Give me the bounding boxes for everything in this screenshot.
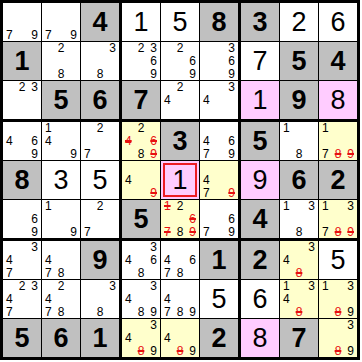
pencil-mark-7: 7 [42,305,55,318]
pencil-slot-empty [174,241,187,254]
pencil-mark-9: 9 [225,186,238,199]
pencil-slot-empty [55,28,68,41]
pencil-grid: 38 [81,280,119,318]
given-digit: 2 [252,247,267,274]
pencil-slot-empty [280,266,293,279]
pencil-slot-empty [135,254,148,267]
pencil-slot-empty [135,135,148,148]
pencil-slot-empty [122,305,135,318]
pencil-mark-2: 2 [94,122,107,135]
pencil-slot-empty [213,174,226,187]
cell-r4c3[interactable]: 27 [81,122,122,161]
pencil-slot-empty [161,241,174,254]
cell-r1c2[interactable]: 79 [42,3,81,42]
pencil-mark-6: 6 [147,55,160,68]
solved-digit: 1 [172,167,187,194]
cell-r5c9[interactable]: 2 [319,161,357,200]
pencil-slot-empty [94,147,107,160]
given-digit: 6 [92,87,107,114]
pencil-slot-empty [106,225,119,238]
pencil-mark-4: 4 [122,174,135,187]
pencil-slot-empty [305,122,318,135]
cell-r5c1[interactable]: 8 [3,161,42,200]
pencil-slot-empty [81,135,94,148]
pencil-slot-empty [67,3,80,16]
cell-r2c7[interactable]: 7 [241,42,280,81]
cell-r7c1[interactable]: 347 [3,241,42,280]
pencil-slot-empty [106,293,119,306]
pencil-mark-9: 9 [186,305,199,318]
pencil-mark-3: 3 [305,241,318,254]
cell-r6c9[interactable]: 13789 [319,200,357,241]
pencil-slot-empty [213,122,226,135]
cell-r2c1[interactable]: 1 [3,42,42,81]
pencil-slot-empty [200,213,213,226]
pencil-mark-8: 8 [135,305,148,318]
cell-r9c5[interactable]: 489 [161,319,200,357]
cell-r6c5[interactable]: 126789 [161,200,200,241]
cell-r5c4[interactable]: 49 [122,161,161,200]
cell-r8c7[interactable]: 6 [241,280,280,319]
pencil-grid: 679 [200,200,238,238]
pencil-slot-empty [225,106,238,119]
pencil-slot-empty [225,94,238,107]
pencil-mark-9: 9 [147,305,160,318]
cell-r2c4[interactable]: 2369 [122,42,161,81]
pencil-mark-7: 7 [200,225,213,238]
pencil-slot-empty [28,16,41,29]
pencil-slot-empty [55,3,68,16]
pencil-slot-empty [305,225,318,238]
pencil-mark-7: 7 [3,28,16,41]
cell-r8c3[interactable]: 38 [81,280,122,319]
pencil-slot-empty [319,344,332,357]
pencil-mark-6: 6 [28,135,41,148]
given-digit: 4 [330,48,345,75]
pencil-slot-empty [122,42,135,55]
pencil-slot-empty [3,106,16,119]
pencil-slot-empty [213,161,226,174]
pencil-mark-9: 9 [225,67,238,80]
pencil-slot-empty [293,200,306,213]
pencil-slot-empty [122,280,135,293]
pencil-grid: 49 [122,161,160,199]
pencil-slot-empty [174,280,187,293]
pencil-grid: 489 [161,319,199,357]
pencil-mark-3: 3 [225,81,238,94]
cell-r8c1[interactable]: 2347 [3,280,42,319]
pencil-slot-empty [280,305,293,318]
pencil-slot-empty [174,213,187,226]
pencil-mark-1: 1 [319,200,332,213]
solved-digit: 2 [291,9,306,36]
pencil-mark-1: 1 [319,280,332,293]
pencil-mark-3: 3 [305,200,318,213]
pencil-slot-empty [200,42,213,55]
pencil-slot-empty [3,213,16,226]
pencil-mark-2: 2 [174,200,187,213]
pencil-mark-6: 6 [186,213,199,226]
pencil-grid: 478 [42,241,80,279]
pencil-mark-8: 8 [135,147,148,160]
pencil-slot-empty [81,42,94,55]
cell-r8c9[interactable]: 1389 [319,280,357,319]
pencil-slot-empty [280,213,293,226]
cell-r5c5[interactable]: 1 [161,161,200,200]
pencil-mark-4: 4 [122,254,135,267]
pencil-slot-empty [200,55,213,68]
pencil-mark-9: 9 [186,344,199,357]
cell-r5c3[interactable]: 5 [81,161,122,200]
cell-r3c2[interactable]: 5 [42,81,81,122]
cell-r5c2[interactable]: 3 [42,161,81,200]
pencil-mark-4: 4 [161,332,174,345]
pencil-mark-3: 3 [147,319,160,332]
pencil-slot-empty [293,213,306,226]
pencil-slot-empty [305,147,318,160]
pencil-grid: 4678 [161,241,199,279]
pencil-mark-9: 9 [344,147,357,160]
cell-r6c7[interactable]: 4 [241,200,280,241]
cell-r4c5[interactable]: 3 [161,122,200,161]
cell-r9c3[interactable]: 1 [81,319,122,357]
pencil-slot-empty [94,213,107,226]
pencil-slot-empty [135,186,148,199]
pencil-slot-empty [16,225,29,238]
pencil-slot-empty [135,293,148,306]
pencil-slot-empty [135,280,148,293]
pencil-grid: 69 [3,200,41,238]
pencil-mark-4: 4 [200,94,213,107]
pencil-slot-empty [147,266,160,279]
pencil-slot-empty [42,213,55,226]
cell-r1c4[interactable]: 1 [122,3,161,42]
cell-r8c5[interactable]: 4789 [161,280,200,319]
cell-r6c6[interactable]: 679 [200,200,241,241]
pencil-mark-8: 8 [135,266,148,279]
cell-r1c1[interactable]: 79 [3,3,42,42]
cell-r7c7[interactable]: 2 [241,241,280,280]
cell-r3c1[interactable]: 23 [3,81,42,122]
pencil-mark-3: 3 [147,241,160,254]
cell-r6c4[interactable]: 5 [122,200,161,241]
pencil-slot-empty [55,55,68,68]
cell-r6c2[interactable]: 19 [42,200,81,241]
cell-r2c2[interactable]: 28 [42,42,81,81]
pencil-mark-9: 9 [186,225,199,238]
pencil-slot-empty [81,200,94,213]
pencil-slot-empty [161,42,174,55]
pencil-slot-empty [305,135,318,148]
given-digit: 4 [252,206,267,233]
pencil-slot-empty [293,254,306,267]
pencil-slot-empty [174,332,187,345]
given-digit: 8 [211,9,226,36]
pencil-mark-8: 8 [293,225,306,238]
cell-r7c6[interactable]: 1 [200,241,241,280]
pencil-slot-empty [106,122,119,135]
pencil-slot-empty [28,200,41,213]
pencil-slot-empty [225,161,238,174]
pencil-mark-7: 7 [81,147,94,160]
pencil-slot-empty [81,67,94,80]
pencil-mark-8: 8 [332,147,345,160]
cell-r1c3[interactable]: 4 [81,3,122,42]
pencil-mark-9: 9 [67,147,80,160]
pencil-grid: 3468 [122,241,160,279]
pencil-mark-8: 8 [332,344,345,357]
cell-r1c9[interactable]: 6 [319,3,357,42]
pencil-slot-empty [174,67,187,80]
pencil-slot-empty [213,55,226,68]
given-digit: 9 [291,87,306,114]
cell-r5c6[interactable]: 479 [200,161,241,200]
pencil-slot-empty [344,332,357,345]
cell-r2c3[interactable]: 38 [81,42,122,81]
pencil-slot-empty [81,305,94,318]
pencil-mark-4: 4 [42,293,55,306]
pencil-slot-empty [174,94,187,107]
pencil-slot-empty [186,81,199,94]
pencil-mark-4: 4 [42,135,55,148]
pencil-slot-empty [332,135,345,148]
pencil-slot-empty [16,147,29,160]
given-digit: 5 [53,87,68,114]
pencil-slot-empty [122,122,135,135]
pencil-slot-empty [161,280,174,293]
pencil-slot-empty [122,67,135,80]
cell-r7c5[interactable]: 4678 [161,241,200,280]
given-digit: 6 [53,325,68,352]
pencil-slot-empty [28,94,41,107]
cell-r5c8[interactable]: 6 [280,161,319,200]
pencil-mark-9: 9 [186,67,199,80]
pencil-slot-empty [161,81,174,94]
cell-r6c1[interactable]: 69 [3,200,42,241]
cell-r7c8[interactable]: 348 [280,241,319,280]
cell-r4c4[interactable]: 24689 [122,122,161,161]
solved-digit: 7 [252,48,267,75]
given-digit: 3 [252,9,267,36]
pencil-mark-7: 7 [161,225,174,238]
pencil-slot-empty [225,122,238,135]
pencil-grid: 34 [200,81,238,119]
cell-r6c3[interactable]: 27 [81,200,122,241]
cell-r7c4[interactable]: 3468 [122,241,161,280]
pencil-grid: 2347 [3,280,41,318]
pencil-grid: 28 [42,42,80,80]
cell-r3c9[interactable]: 8 [319,81,357,122]
pencil-slot-empty [67,122,80,135]
pencil-slot-empty [186,266,199,279]
given-digit: 5 [14,325,29,352]
pencil-slot-empty [55,225,68,238]
pencil-mark-6: 6 [147,254,160,267]
cell-r8c6[interactable]: 5 [200,280,241,319]
cell-r3c7[interactable]: 1 [241,81,280,122]
cell-r7c3[interactable]: 9 [81,241,122,280]
cell-r8c2[interactable]: 2478 [42,280,81,319]
sudoku-board: 7979415832612838236926936975423567243419… [0,0,360,360]
cell-r2c5[interactable]: 269 [161,42,200,81]
pencil-mark-4: 4 [161,94,174,107]
cell-r4c1[interactable]: 469 [3,122,42,161]
pencil-slot-empty [42,42,55,55]
pencil-slot-empty [200,81,213,94]
solved-digit: 8 [252,325,267,352]
cell-r4c9[interactable]: 1789 [319,122,357,161]
solved-digit: 6 [330,9,345,36]
cell-r2c8[interactable]: 5 [280,42,319,81]
pencil-mark-6: 6 [186,254,199,267]
cell-r9c9[interactable]: 389 [319,319,357,357]
pencil-slot-empty [28,254,41,267]
pencil-mark-8: 8 [174,225,187,238]
pencil-grid: 4679 [200,122,238,160]
pencil-slot-empty [332,200,345,213]
pencil-mark-4: 4 [3,293,16,306]
pencil-grid: 1348 [280,280,318,318]
pencil-mark-8: 8 [94,305,107,318]
pencil-slot-empty [55,147,68,160]
pencil-slot-empty [67,305,80,318]
cell-r1c7[interactable]: 3 [241,3,280,42]
cell-r4c2[interactable]: 149 [42,122,81,161]
pencil-slot-empty [293,280,306,293]
cell-r4c7[interactable]: 5 [241,122,280,161]
pencil-slot-empty [67,241,80,254]
pencil-slot-empty [293,293,306,306]
cell-r8c8[interactable]: 1348 [280,280,319,319]
cell-r2c9[interactable]: 4 [319,42,357,81]
pencil-mark-3: 3 [106,42,119,55]
pencil-slot-empty [94,135,107,148]
solved-digit: 5 [211,286,226,313]
pencil-mark-9: 9 [67,28,80,41]
pencil-grid: 19 [42,200,80,238]
cell-r3c4[interactable]: 7 [122,81,161,122]
given-digit: 5 [252,128,267,155]
pencil-slot-empty [28,3,41,16]
pencil-grid: 38 [81,42,119,80]
pencil-slot-empty [213,106,226,119]
cell-r7c2[interactable]: 478 [42,241,81,280]
pencil-mark-8: 8 [94,67,107,80]
pencil-slot-empty [81,122,94,135]
pencil-slot-empty [16,16,29,29]
pencil-slot-empty [213,213,226,226]
pencil-slot-empty [106,200,119,213]
pencil-slot-empty [81,280,94,293]
pencil-slot-empty [161,319,174,332]
pencil-mark-9: 9 [147,67,160,80]
pencil-grid: 369 [200,42,238,80]
pencil-slot-empty [186,319,199,332]
pencil-slot-empty [186,42,199,55]
pencil-slot-empty [16,305,29,318]
pencil-slot-empty [3,94,16,107]
cell-r2c6[interactable]: 369 [200,42,241,81]
pencil-slot-empty [122,186,135,199]
cell-r9c1[interactable]: 5 [3,319,42,357]
pencil-slot-empty [186,94,199,107]
cell-r4c6[interactable]: 4679 [200,122,241,161]
pencil-mark-4: 4 [122,293,135,306]
pencil-mark-4: 4 [280,293,293,306]
pencil-slot-empty [161,106,174,119]
pencil-mark-7: 7 [3,305,16,318]
pencil-slot-empty [106,213,119,226]
pencil-slot-empty [186,280,199,293]
cell-r3c8[interactable]: 9 [280,81,319,122]
cell-r3c6[interactable]: 34 [200,81,241,122]
cell-r9c6[interactable]: 2 [200,319,241,357]
pencil-slot-empty [81,213,94,226]
pencil-slot-empty [186,200,199,213]
pencil-grid: 79 [3,3,41,41]
pencil-mark-7: 7 [42,28,55,41]
pencil-mark-4: 4 [122,332,135,345]
pencil-slot-empty [42,16,55,29]
pencil-mark-3: 3 [225,42,238,55]
cell-r5c7[interactable]: 9 [241,161,280,200]
pencil-slot-empty [67,42,80,55]
cell-r8c4[interactable]: 3489 [122,280,161,319]
cell-r6c8[interactable]: 138 [280,200,319,241]
pencil-mark-1: 1 [319,122,332,135]
pencil-mark-9: 9 [28,225,41,238]
pencil-slot-empty [94,42,107,55]
cell-r1c8[interactable]: 2 [280,3,319,42]
pencil-mark-8: 8 [55,305,68,318]
pencil-mark-4: 4 [42,254,55,267]
pencil-slot-empty [122,55,135,68]
pencil-grid: 4789 [161,280,199,318]
cell-r9c8[interactable]: 7 [280,319,319,357]
cell-r1c5[interactable]: 5 [161,3,200,42]
pencil-mark-9: 9 [147,344,160,357]
pencil-grid: 126789 [161,200,199,238]
pencil-slot-empty [161,55,174,68]
pencil-slot-empty [174,319,187,332]
solved-digit: 5 [92,167,107,194]
pencil-mark-4: 4 [280,254,293,267]
cell-r9c2[interactable]: 6 [42,319,81,357]
cell-r9c7[interactable]: 8 [241,319,280,357]
cell-r1c6[interactable]: 8 [200,3,241,42]
pencil-slot-empty [293,241,306,254]
cell-r4c8[interactable]: 18 [280,122,319,161]
pencil-slot-empty [213,186,226,199]
pencil-mark-7: 7 [319,147,332,160]
pencil-slot-empty [55,16,68,29]
pencil-grid: 23 [3,81,41,119]
pencil-slot-empty [147,293,160,306]
pencil-mark-6: 6 [147,135,160,148]
pencil-slot-empty [344,122,357,135]
cell-r3c3[interactable]: 6 [81,81,122,122]
cell-r9c4[interactable]: 3489 [122,319,161,357]
pencil-grid: 347 [3,241,41,279]
pencil-grid: 348 [280,241,318,279]
pencil-mark-9: 9 [344,225,357,238]
solved-digit: 5 [330,247,345,274]
cell-r7c9[interactable]: 5 [319,241,357,280]
pencil-mark-7: 7 [200,186,213,199]
cell-r3c5[interactable]: 24 [161,81,200,122]
pencil-slot-empty [16,254,29,267]
pencil-slot-empty [3,81,16,94]
